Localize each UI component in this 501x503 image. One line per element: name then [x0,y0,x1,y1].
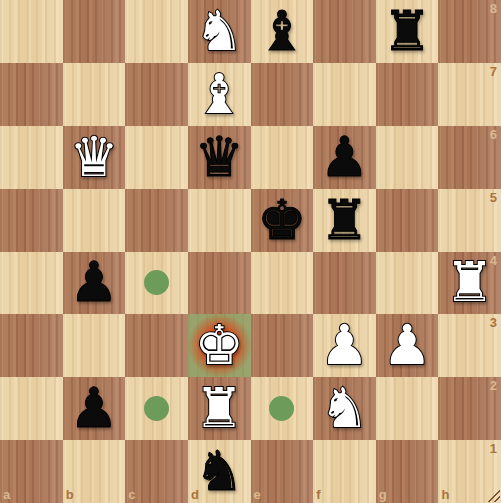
piece-white-pawn[interactable]: ♟ [313,314,376,377]
square-g2[interactable] [376,377,439,440]
piece-white-king[interactable]: ♚ [188,314,251,377]
square-b4[interactable]: ♟ [63,252,126,315]
square-c8[interactable] [125,0,188,63]
square-g3[interactable]: ♟ [376,314,439,377]
square-e3[interactable] [251,314,314,377]
square-b7[interactable] [63,63,126,126]
square-h2[interactable]: 2 [438,377,501,440]
rank-label-3: 3 [490,315,497,330]
square-a8[interactable] [0,0,63,63]
square-c4[interactable] [125,252,188,315]
piece-black-rook[interactable]: ♜ [376,0,439,63]
square-f6[interactable]: ♟ [313,126,376,189]
square-e7[interactable] [251,63,314,126]
square-b2[interactable]: ♟ [63,377,126,440]
file-label-h: h [441,487,449,502]
chess-board: ♞♝♜8♝7♛♛♟6♚♜5♟♜4♚♟♟3♟♜♞2abc♞defgh1 [0,0,501,503]
square-f7[interactable] [313,63,376,126]
square-e8[interactable]: ♝ [251,0,314,63]
square-a7[interactable] [0,63,63,126]
square-b8[interactable] [63,0,126,63]
rank-label-8: 8 [490,1,497,16]
piece-black-knight[interactable]: ♞ [188,440,251,503]
square-f1[interactable]: f [313,440,376,503]
square-b6[interactable]: ♛ [63,126,126,189]
rank-label-2: 2 [490,378,497,393]
piece-white-bishop[interactable]: ♝ [188,63,251,126]
piece-white-rook[interactable]: ♜ [438,252,501,315]
square-e4[interactable] [251,252,314,315]
file-label-g: g [379,487,387,502]
square-e5[interactable]: ♚ [251,189,314,252]
move-hint-dot-e2[interactable] [269,396,294,421]
square-d4[interactable] [188,252,251,315]
square-d8[interactable]: ♞ [188,0,251,63]
square-f4[interactable] [313,252,376,315]
rank-label-1: 1 [490,441,497,456]
square-a3[interactable] [0,314,63,377]
square-g7[interactable] [376,63,439,126]
piece-white-knight[interactable]: ♞ [313,377,376,440]
square-d2[interactable]: ♜ [188,377,251,440]
square-h6[interactable]: 6 [438,126,501,189]
square-h5[interactable]: 5 [438,189,501,252]
square-b3[interactable] [63,314,126,377]
piece-black-rook[interactable]: ♜ [313,189,376,252]
piece-white-queen[interactable]: ♛ [63,126,126,189]
piece-black-pawn[interactable]: ♟ [313,126,376,189]
square-g6[interactable] [376,126,439,189]
square-h7[interactable]: 7 [438,63,501,126]
square-a1[interactable]: a [0,440,63,503]
piece-black-king[interactable]: ♚ [251,189,314,252]
piece-white-rook[interactable]: ♜ [188,377,251,440]
square-f3[interactable]: ♟ [313,314,376,377]
square-h3[interactable]: 3 [438,314,501,377]
piece-black-bishop[interactable]: ♝ [251,0,314,63]
square-f2[interactable]: ♞ [313,377,376,440]
square-f8[interactable] [313,0,376,63]
rank-label-6: 6 [490,127,497,142]
square-h8[interactable]: 8 [438,0,501,63]
file-label-b: b [66,487,74,502]
square-f5[interactable]: ♜ [313,189,376,252]
file-label-c: c [128,487,135,502]
square-a4[interactable] [0,252,63,315]
piece-black-pawn[interactable]: ♟ [63,252,126,315]
square-h4[interactable]: ♜4 [438,252,501,315]
square-g5[interactable] [376,189,439,252]
piece-white-knight[interactable]: ♞ [188,0,251,63]
square-g1[interactable]: g [376,440,439,503]
square-g4[interactable] [376,252,439,315]
square-c6[interactable] [125,126,188,189]
square-c2[interactable] [125,377,188,440]
file-label-a: a [3,487,10,502]
square-a6[interactable] [0,126,63,189]
file-label-f: f [316,487,320,502]
square-h1[interactable]: h1 [438,440,501,503]
square-c7[interactable] [125,63,188,126]
move-hint-dot-c2[interactable] [144,396,169,421]
square-d7[interactable]: ♝ [188,63,251,126]
piece-black-pawn[interactable]: ♟ [63,377,126,440]
rank-label-7: 7 [490,64,497,79]
square-a2[interactable] [0,377,63,440]
square-e1[interactable]: e [251,440,314,503]
square-g8[interactable]: ♜ [376,0,439,63]
rank-label-5: 5 [490,190,497,205]
square-c1[interactable]: c [125,440,188,503]
square-c3[interactable] [125,314,188,377]
square-c5[interactable] [125,189,188,252]
file-label-e: e [254,487,261,502]
square-d3[interactable]: ♚ [188,314,251,377]
square-d1[interactable]: ♞d [188,440,251,503]
square-d5[interactable] [188,189,251,252]
square-a5[interactable] [0,189,63,252]
piece-white-pawn[interactable]: ♟ [376,314,439,377]
square-b1[interactable]: b [63,440,126,503]
square-b5[interactable] [63,189,126,252]
square-e6[interactable] [251,126,314,189]
square-e2[interactable] [251,377,314,440]
move-hint-dot-c4[interactable] [144,270,169,295]
square-d6[interactable]: ♛ [188,126,251,189]
piece-black-queen[interactable]: ♛ [188,126,251,189]
